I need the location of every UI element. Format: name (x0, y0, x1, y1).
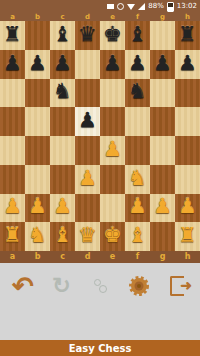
square-h5[interactable] (175, 107, 200, 136)
square-h6[interactable] (175, 79, 200, 108)
redo-button[interactable]: ↻ (47, 271, 77, 301)
square-f5[interactable] (125, 107, 150, 136)
piece-wb-c1: ♝ (53, 225, 72, 246)
square-c2[interactable]: ♟ (50, 194, 75, 223)
square-c6[interactable]: ♞ (50, 79, 75, 108)
piece-wn-f3: ♞ (128, 168, 147, 189)
square-d4[interactable] (75, 136, 100, 165)
piece-bp-a7: ♟ (3, 53, 22, 74)
file-label-b: b (25, 251, 50, 263)
piece-bb-c8: ♝ (53, 24, 72, 45)
square-a7[interactable]: ♟ (0, 50, 25, 79)
piece-wq-d1: ♛ (78, 225, 97, 246)
square-c3[interactable] (50, 165, 75, 194)
piece-wp-c2: ♟ (53, 196, 72, 217)
piece-wp-g2: ♟ (153, 196, 172, 217)
piece-wp-a2: ♟ (3, 196, 22, 217)
piece-wn-b1: ♞ (28, 225, 47, 246)
square-g4[interactable] (150, 136, 175, 165)
battery-percent: 88% (148, 0, 164, 13)
square-a6[interactable] (0, 79, 25, 108)
square-g6[interactable] (150, 79, 175, 108)
square-f2[interactable]: ♟ (125, 194, 150, 223)
square-b2[interactable]: ♟ (25, 194, 50, 223)
piece-br-a8: ♜ (3, 24, 22, 45)
file-label-b: b (25, 13, 50, 21)
file-label-e: e (100, 13, 125, 21)
piece-wr-h1: ♜ (178, 225, 197, 246)
piece-bp-c7: ♟ (53, 53, 72, 74)
clock-time: 13:02 (177, 0, 197, 13)
square-c4[interactable] (50, 136, 75, 165)
square-e4[interactable]: ♟ (100, 136, 125, 165)
square-b7[interactable]: ♟ (25, 50, 50, 79)
app-title: Easy Chess (69, 343, 132, 354)
square-e2[interactable] (100, 194, 125, 223)
file-label-f: f (125, 13, 150, 21)
phone-screen: 88% 13:02 abcdefgh ♜♝♛♚♝♜♟♟♟♟♟♟♟♞♞♟♟♟♞♟♟… (0, 0, 200, 356)
square-f4[interactable] (125, 136, 150, 165)
square-f8[interactable]: ♝ (125, 21, 150, 50)
redo-circular-arrow-icon: ↻ (52, 275, 70, 297)
hint-circles-icon (93, 278, 107, 294)
chess-board: ♜♝♛♚♝♜♟♟♟♟♟♟♟♞♞♟♟♟♞♟♟♟♟♟♟♜♞♝♛♚♝♜ (0, 21, 200, 251)
square-b6[interactable] (25, 79, 50, 108)
square-d6[interactable] (75, 79, 100, 108)
square-a4[interactable] (0, 136, 25, 165)
alarm-icon (117, 3, 124, 10)
undo-arrow-icon: ↶ (12, 273, 34, 299)
square-f7[interactable]: ♟ (125, 50, 150, 79)
square-b8[interactable] (25, 21, 50, 50)
exit-arrow-icon: ➜ (180, 278, 192, 292)
file-label-d: d (75, 251, 100, 263)
square-g2[interactable]: ♟ (150, 194, 175, 223)
square-d1[interactable]: ♛ (75, 222, 100, 251)
piece-bq-d8: ♛ (78, 24, 97, 45)
square-f3[interactable]: ♞ (125, 165, 150, 194)
square-b1[interactable]: ♞ (25, 222, 50, 251)
piece-bn-c6: ♞ (53, 81, 72, 102)
toolbar: ↶ ↻ ➜ (0, 263, 200, 340)
square-a8[interactable]: ♜ (0, 21, 25, 50)
square-a5[interactable] (0, 107, 25, 136)
square-c7[interactable]: ♟ (50, 50, 75, 79)
piece-bp-h7: ♟ (178, 53, 197, 74)
gear-icon (127, 274, 151, 298)
piece-wp-f2: ♟ (128, 196, 147, 217)
square-g8[interactable] (150, 21, 175, 50)
square-g7[interactable]: ♟ (150, 50, 175, 79)
file-label-f: f (125, 251, 150, 263)
app-title-bar: Easy Chess (0, 340, 200, 356)
piece-br-h8: ♜ (178, 24, 197, 45)
square-b5[interactable] (25, 107, 50, 136)
square-d7[interactable] (75, 50, 100, 79)
square-e5[interactable] (100, 107, 125, 136)
file-label-a: a (0, 251, 25, 263)
square-e7[interactable]: ♟ (100, 50, 125, 79)
square-h3[interactable] (175, 165, 200, 194)
file-labels-top: abcdefgh (0, 13, 200, 21)
piece-bn-f6: ♞ (128, 81, 147, 102)
piece-wp-b2: ♟ (28, 196, 47, 217)
battery-icon (167, 2, 174, 12)
square-h2[interactable]: ♟ (175, 194, 200, 223)
square-a2[interactable]: ♟ (0, 194, 25, 223)
piece-bp-g7: ♟ (153, 53, 172, 74)
square-h8[interactable]: ♜ (175, 21, 200, 50)
undo-button[interactable]: ↶ (8, 271, 38, 301)
file-label-c: c (50, 251, 75, 263)
square-e6[interactable] (100, 79, 125, 108)
piece-wp-h2: ♟ (178, 196, 197, 217)
square-b3[interactable] (25, 165, 50, 194)
piece-wp-d3: ♟ (78, 168, 97, 189)
file-label-d: d (75, 13, 100, 21)
file-label-g: g (150, 13, 175, 21)
square-h4[interactable] (175, 136, 200, 165)
square-c8[interactable]: ♝ (50, 21, 75, 50)
square-h1[interactable]: ♜ (175, 222, 200, 251)
piece-bb-f8: ♝ (128, 24, 147, 45)
square-g3[interactable] (150, 165, 175, 194)
file-label-e: e (100, 251, 125, 263)
signal-icon (138, 3, 145, 10)
square-d2[interactable] (75, 194, 100, 223)
file-label-a: a (0, 13, 25, 21)
square-d5[interactable]: ♟ (75, 107, 100, 136)
piece-bp-e7: ♟ (103, 53, 122, 74)
status-bar: 88% 13:02 (0, 0, 200, 13)
piece-bp-f7: ♟ (128, 53, 147, 74)
square-c1[interactable]: ♝ (50, 222, 75, 251)
message-icon (107, 4, 114, 9)
exit-door-icon: ➜ (170, 276, 184, 296)
square-d3[interactable]: ♟ (75, 165, 100, 194)
square-e3[interactable] (100, 165, 125, 194)
piece-wk-e1: ♚ (103, 225, 122, 246)
file-label-h: h (175, 251, 200, 263)
square-a3[interactable] (0, 165, 25, 194)
square-e1[interactable]: ♚ (100, 222, 125, 251)
piece-wp-e4: ♟ (103, 139, 122, 160)
wifi-icon (127, 4, 135, 10)
exit-button[interactable]: ➜ (162, 271, 192, 301)
piece-bk-e8: ♚ (103, 24, 122, 45)
square-e8[interactable]: ♚ (100, 21, 125, 50)
square-c5[interactable] (50, 107, 75, 136)
file-label-c: c (50, 13, 75, 21)
file-labels-bottom: abcdefgh (0, 251, 200, 263)
square-h7[interactable]: ♟ (175, 50, 200, 79)
piece-bp-b7: ♟ (28, 53, 47, 74)
square-b4[interactable] (25, 136, 50, 165)
square-g5[interactable] (150, 107, 175, 136)
square-a1[interactable]: ♜ (0, 222, 25, 251)
file-label-h: h (175, 13, 200, 21)
piece-bp-d5: ♟ (78, 110, 97, 131)
hint-button[interactable] (85, 271, 115, 301)
piece-wb-f1: ♝ (128, 225, 147, 246)
square-g1[interactable] (150, 222, 175, 251)
settings-button[interactable] (124, 271, 154, 301)
square-f6[interactable]: ♞ (125, 79, 150, 108)
file-label-g: g (150, 251, 175, 263)
piece-wr-a1: ♜ (3, 225, 22, 246)
square-f1[interactable]: ♝ (125, 222, 150, 251)
square-d8[interactable]: ♛ (75, 21, 100, 50)
